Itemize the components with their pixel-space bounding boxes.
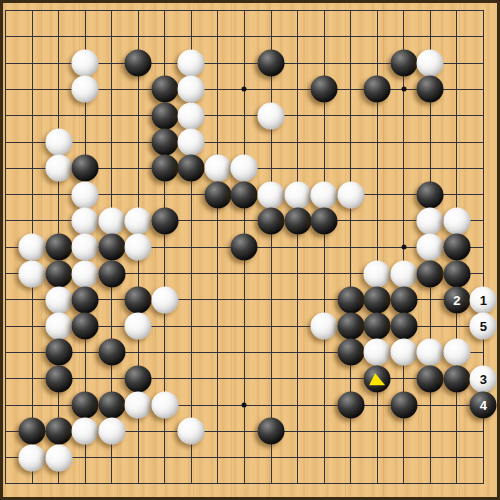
white-stone[interactable] xyxy=(258,181,285,208)
white-stone[interactable] xyxy=(72,50,99,77)
white-stone[interactable] xyxy=(72,260,99,287)
black-stone[interactable] xyxy=(125,365,152,392)
black-stone[interactable] xyxy=(390,286,417,313)
white-stone[interactable]: 3 xyxy=(470,365,497,392)
white-stone[interactable] xyxy=(45,444,72,471)
black-stone[interactable] xyxy=(98,392,125,419)
white-stone[interactable] xyxy=(19,444,46,471)
white-stone[interactable] xyxy=(72,234,99,261)
black-stone[interactable] xyxy=(98,234,125,261)
black-stone[interactable] xyxy=(311,207,338,234)
black-stone[interactable] xyxy=(390,50,417,77)
white-stone[interactable] xyxy=(204,155,231,182)
white-stone[interactable] xyxy=(417,234,444,261)
grid-line-vertical xyxy=(297,10,298,484)
white-stone[interactable] xyxy=(178,76,205,103)
black-stone[interactable] xyxy=(258,207,285,234)
star-point xyxy=(401,245,406,250)
black-stone[interactable] xyxy=(284,207,311,234)
black-stone[interactable] xyxy=(390,313,417,340)
black-stone[interactable] xyxy=(364,76,391,103)
white-stone[interactable] xyxy=(98,207,125,234)
black-stone[interactable] xyxy=(258,50,285,77)
white-stone[interactable] xyxy=(72,76,99,103)
white-stone[interactable] xyxy=(125,207,152,234)
white-stone[interactable] xyxy=(72,207,99,234)
white-stone[interactable] xyxy=(125,392,152,419)
white-stone[interactable] xyxy=(19,260,46,287)
white-stone[interactable] xyxy=(443,339,470,366)
black-stone[interactable] xyxy=(443,234,470,261)
black-stone[interactable] xyxy=(151,102,178,129)
star-point xyxy=(401,87,406,92)
black-stone[interactable] xyxy=(72,286,99,313)
black-stone[interactable] xyxy=(151,207,178,234)
black-stone[interactable] xyxy=(151,76,178,103)
grid-line-horizontal xyxy=(5,483,484,484)
black-stone[interactable] xyxy=(443,365,470,392)
white-stone[interactable] xyxy=(72,418,99,445)
black-stone[interactable] xyxy=(443,260,470,287)
black-stone[interactable] xyxy=(125,286,152,313)
white-stone[interactable] xyxy=(417,207,444,234)
black-stone[interactable] xyxy=(337,392,364,419)
white-stone[interactable] xyxy=(178,129,205,156)
white-stone[interactable] xyxy=(45,286,72,313)
move-number-label: 5 xyxy=(480,320,487,333)
white-stone[interactable] xyxy=(284,181,311,208)
black-stone[interactable] xyxy=(417,260,444,287)
white-stone[interactable] xyxy=(151,286,178,313)
grid-line-horizontal xyxy=(5,457,484,458)
move-number-label: 3 xyxy=(480,372,487,385)
black-stone[interactable] xyxy=(19,418,46,445)
white-stone[interactable] xyxy=(364,260,391,287)
black-stone[interactable] xyxy=(98,260,125,287)
black-stone[interactable] xyxy=(72,313,99,340)
white-stone[interactable] xyxy=(178,102,205,129)
white-stone[interactable] xyxy=(178,418,205,445)
white-stone[interactable] xyxy=(98,418,125,445)
white-stone[interactable] xyxy=(258,102,285,129)
white-stone[interactable] xyxy=(178,50,205,77)
white-stone[interactable] xyxy=(311,313,338,340)
black-stone[interactable] xyxy=(72,155,99,182)
white-stone[interactable] xyxy=(45,129,72,156)
move-number-label: 1 xyxy=(480,293,487,306)
white-stone[interactable] xyxy=(390,339,417,366)
black-stone[interactable] xyxy=(98,339,125,366)
white-stone[interactable] xyxy=(72,181,99,208)
black-stone[interactable] xyxy=(231,181,258,208)
black-stone[interactable] xyxy=(151,155,178,182)
star-point xyxy=(242,87,247,92)
black-stone[interactable] xyxy=(125,50,152,77)
black-stone[interactable] xyxy=(364,365,391,392)
black-stone[interactable] xyxy=(364,286,391,313)
black-stone[interactable] xyxy=(417,365,444,392)
white-stone[interactable] xyxy=(390,260,417,287)
go-board[interactable]: 21534 xyxy=(0,0,500,500)
white-stone[interactable]: 1 xyxy=(470,286,497,313)
white-stone[interactable] xyxy=(364,339,391,366)
white-stone[interactable] xyxy=(19,234,46,261)
black-stone[interactable] xyxy=(417,181,444,208)
black-stone[interactable]: 4 xyxy=(470,392,497,419)
go-app-window: 21534 xyxy=(0,0,500,500)
black-stone[interactable] xyxy=(390,392,417,419)
white-stone[interactable] xyxy=(45,155,72,182)
white-stone[interactable] xyxy=(231,155,258,182)
black-stone[interactable] xyxy=(231,234,258,261)
move-number-label: 4 xyxy=(480,399,487,412)
black-stone[interactable] xyxy=(45,260,72,287)
last-move-triangle-marker xyxy=(369,372,386,387)
black-stone[interactable] xyxy=(45,365,72,392)
white-stone[interactable] xyxy=(311,181,338,208)
black-stone[interactable] xyxy=(337,313,364,340)
white-stone[interactable] xyxy=(443,207,470,234)
black-stone[interactable] xyxy=(258,418,285,445)
white-stone[interactable]: 5 xyxy=(470,313,497,340)
black-stone[interactable] xyxy=(311,76,338,103)
white-stone[interactable] xyxy=(151,392,178,419)
grid-line-vertical xyxy=(271,10,272,484)
black-stone[interactable] xyxy=(337,286,364,313)
black-stone[interactable] xyxy=(45,339,72,366)
white-stone[interactable] xyxy=(417,339,444,366)
black-stone[interactable] xyxy=(417,76,444,103)
black-stone[interactable] xyxy=(151,129,178,156)
white-stone[interactable] xyxy=(125,313,152,340)
black-stone[interactable]: 2 xyxy=(443,286,470,313)
black-stone[interactable] xyxy=(204,181,231,208)
black-stone[interactable] xyxy=(45,418,72,445)
white-stone[interactable] xyxy=(125,234,152,261)
white-stone[interactable] xyxy=(337,181,364,208)
black-stone[interactable] xyxy=(178,155,205,182)
black-stone[interactable] xyxy=(72,392,99,419)
white-stone[interactable] xyxy=(417,50,444,77)
black-stone[interactable] xyxy=(45,234,72,261)
grid-line-horizontal xyxy=(5,378,484,379)
white-stone[interactable] xyxy=(45,313,72,340)
star-point xyxy=(242,403,247,408)
move-number-label: 2 xyxy=(453,293,460,306)
black-stone[interactable] xyxy=(364,313,391,340)
black-stone[interactable] xyxy=(337,339,364,366)
